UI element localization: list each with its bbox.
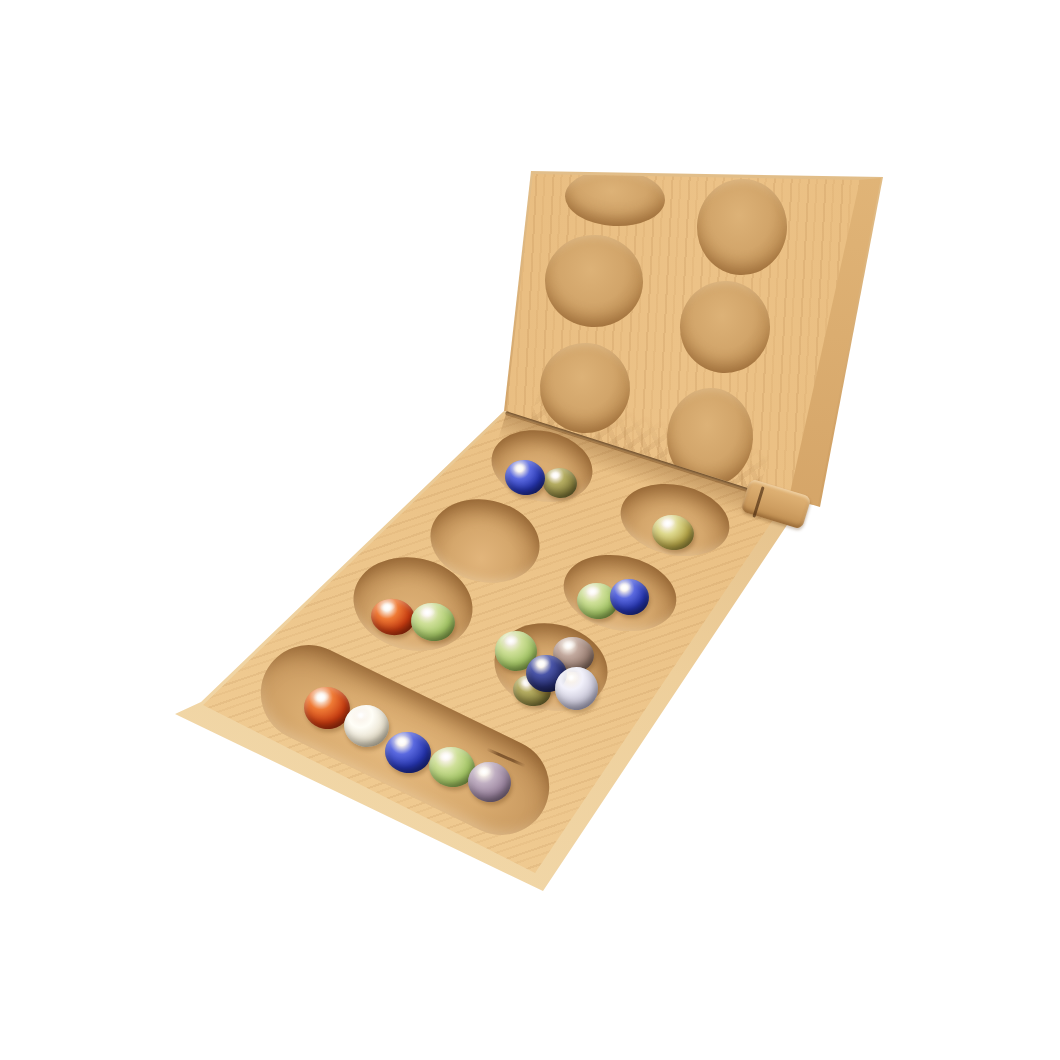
product-photo-mancala <box>0 0 1060 1060</box>
lid-pit-3 <box>543 232 646 329</box>
lid-pit-1 <box>564 167 667 228</box>
flat-pits-layer <box>0 0 1060 1060</box>
lid-pit-2 <box>695 177 790 278</box>
lid-pit-4 <box>678 279 773 376</box>
